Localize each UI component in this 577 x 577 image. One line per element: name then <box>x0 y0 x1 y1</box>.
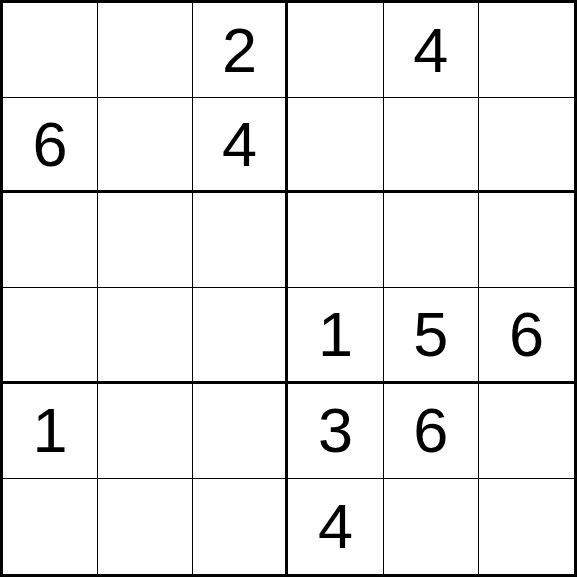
sudoku-cell[interactable] <box>3 193 98 288</box>
sudoku-cell[interactable] <box>193 288 288 383</box>
sudoku-cell[interactable]: 5 <box>384 288 479 383</box>
sudoku-cell[interactable]: 2 <box>193 3 288 98</box>
sudoku-cell[interactable]: 4 <box>384 3 479 98</box>
sudoku-cell[interactable] <box>3 3 98 98</box>
sudoku-cell[interactable] <box>193 384 288 479</box>
sudoku-cell[interactable] <box>479 3 574 98</box>
sudoku-cell[interactable] <box>98 479 193 574</box>
sudoku-cell[interactable] <box>98 193 193 288</box>
sudoku-cell[interactable]: 6 <box>384 384 479 479</box>
sudoku-cell[interactable]: 4 <box>193 98 288 193</box>
sudoku-cell[interactable] <box>3 479 98 574</box>
sudoku-cell[interactable] <box>384 98 479 193</box>
sudoku-cell[interactable] <box>193 479 288 574</box>
sudoku-cell[interactable] <box>98 3 193 98</box>
sudoku-cell[interactable]: 1 <box>288 288 383 383</box>
sudoku-cell[interactable] <box>479 479 574 574</box>
sudoku-cell[interactable] <box>98 98 193 193</box>
sudoku-cell[interactable]: 6 <box>3 98 98 193</box>
sudoku-cell[interactable]: 4 <box>288 479 383 574</box>
sudoku-cell[interactable] <box>479 98 574 193</box>
sudoku-cell[interactable]: 1 <box>3 384 98 479</box>
sudoku-cell[interactable] <box>288 3 383 98</box>
sudoku-board: 24641561364 <box>0 0 577 577</box>
sudoku-cell[interactable] <box>288 193 383 288</box>
sudoku-cell[interactable]: 3 <box>288 384 383 479</box>
sudoku-cell[interactable] <box>3 288 98 383</box>
sudoku-cell[interactable] <box>479 384 574 479</box>
sudoku-cell[interactable] <box>288 98 383 193</box>
sudoku-cell[interactable] <box>384 479 479 574</box>
sudoku-cell[interactable] <box>98 384 193 479</box>
sudoku-cell[interactable] <box>479 193 574 288</box>
sudoku-cell[interactable] <box>384 193 479 288</box>
sudoku-cell[interactable]: 6 <box>479 288 574 383</box>
sudoku-cell[interactable] <box>98 288 193 383</box>
sudoku-cell[interactable] <box>193 193 288 288</box>
